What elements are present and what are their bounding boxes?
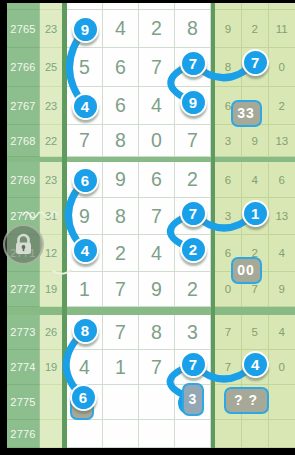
circled-digit-c4[interactable]: 7 (242, 49, 269, 76)
sum-cell (40, 3, 62, 10)
stat-cell[interactable]: 4 (269, 315, 295, 350)
grid-cell[interactable]: 6 (103, 87, 139, 125)
sum-cell (40, 385, 62, 420)
sum-cell: 23 (40, 87, 62, 125)
stat-cell[interactable]: 4 (242, 162, 269, 198)
circled-digit-c8[interactable]: 2 (180, 236, 207, 263)
circled-digit-c13[interactable]: 6 (70, 384, 97, 411)
grid-cell[interactable]: 3 (175, 315, 211, 350)
circled-digit-c7[interactable]: 7 (180, 200, 207, 227)
stat-cell[interactable]: 9 (269, 272, 295, 307)
grid-cell[interactable]: 7 (103, 272, 139, 307)
grid-cell[interactable]: 7 (67, 125, 103, 157)
block-border (211, 3, 215, 448)
grid-cell[interactable]: 1 (67, 272, 103, 307)
stat-cell[interactable] (269, 3, 295, 10)
grid-cell[interactable]: 2 (103, 235, 139, 272)
stat-cell[interactable]: 5 (242, 315, 269, 350)
grid-cell[interactable] (67, 420, 103, 448)
row-label-cell: 2769 (7, 162, 40, 198)
circled-digit-c2[interactable]: 7 (180, 50, 207, 77)
circled-digit-c1[interactable]: 4 (72, 93, 99, 120)
stat-cell[interactable]: 13 (269, 125, 295, 157)
stat-cell[interactable]: 2 (242, 10, 269, 48)
stat-cell[interactable]: 3 (215, 125, 242, 157)
stat-cell[interactable]: 0 (269, 48, 295, 87)
grid-cell[interactable] (67, 3, 103, 10)
grid-cell[interactable]: 9 (139, 272, 175, 307)
grid-cell[interactable]: 9 (103, 162, 139, 198)
row-label-cell: 2767 (7, 87, 40, 125)
stat-cell[interactable]: 6 (215, 162, 242, 198)
row-label-cell: 2773 (7, 315, 40, 350)
circled-digit-c6[interactable]: 4 (72, 237, 99, 264)
block-border (62, 3, 67, 448)
row-label-cell: 2766 (7, 48, 40, 87)
row-label-cell: 2774 (7, 350, 40, 385)
grid-cell[interactable]: 9 (67, 198, 103, 235)
stat-cell[interactable]: 13 (269, 198, 295, 235)
row-label-cell: 2765 (7, 10, 40, 48)
stat-cell[interactable]: 9 (215, 10, 242, 48)
badge-b33[interactable]: 33 (231, 100, 262, 127)
badge-bqq[interactable]: ? ? (224, 387, 269, 414)
badge-b00[interactable]: 00 (231, 257, 262, 284)
row-label-cell: 2775 (7, 385, 40, 420)
stat-cell[interactable]: 0 (269, 350, 295, 385)
grid-cell[interactable]: 8 (175, 10, 211, 48)
sum-cell: 23 (40, 10, 62, 48)
stat-cell[interactable] (242, 3, 269, 10)
block-band (7, 307, 295, 315)
stat-cell[interactable] (269, 420, 295, 448)
padlock-icon (13, 233, 34, 256)
grid-cell[interactable]: 4 (103, 10, 139, 48)
grid-cell[interactable] (139, 385, 175, 420)
circled-digit-c0[interactable]: 9 (72, 16, 99, 43)
sum-cell (40, 420, 62, 448)
row-label-cell (7, 3, 40, 10)
stat-cell[interactable]: 11 (269, 10, 295, 48)
grid-cell[interactable] (175, 420, 211, 448)
stat-cell[interactable] (242, 420, 269, 448)
grid-cell[interactable] (139, 3, 175, 10)
badge-b3[interactable]: 3 (182, 383, 204, 416)
grid-cell[interactable]: 4 (139, 235, 175, 272)
row-label-cell: 2768 (7, 125, 40, 157)
lock-button[interactable] (3, 224, 44, 265)
grid-cell[interactable]: 6 (139, 162, 175, 198)
row-label-cell: 2776 (7, 420, 40, 448)
circled-digit-c3[interactable]: 9 (180, 89, 207, 116)
grid-cell[interactable] (103, 3, 139, 10)
circled-digit-c10[interactable]: 8 (72, 317, 99, 344)
stat-cell[interactable]: 9 (242, 125, 269, 157)
stat-cell[interactable]: 7 (215, 315, 242, 350)
grid-cell[interactable] (103, 420, 139, 448)
grid-cell[interactable]: 7 (103, 315, 139, 350)
stat-cell[interactable]: 2 (269, 87, 295, 125)
circled-digit-c9[interactable]: 1 (242, 200, 269, 227)
grid-cell[interactable]: 8 (103, 125, 139, 157)
grid-cell[interactable]: 2 (139, 10, 175, 48)
grid-cell[interactable] (103, 385, 139, 420)
stat-cell[interactable] (215, 420, 242, 448)
stat-cell[interactable]: 3 (215, 198, 242, 235)
sum-cell: 31 (40, 198, 62, 235)
grid-cell[interactable]: 6 (103, 48, 139, 87)
circled-digit-c12[interactable]: 4 (242, 351, 269, 378)
row-label-cell: 2772 (7, 272, 40, 307)
app-screen: 2765239428921127662556778702767234649632… (0, 0, 295, 455)
grid-cell[interactable]: 7 (139, 350, 175, 385)
grid-cell[interactable]: 2 (175, 162, 211, 198)
sum-cell: 19 (40, 272, 62, 307)
grid-cell[interactable]: 4 (139, 87, 175, 125)
circled-digit-c11[interactable]: 7 (180, 351, 207, 378)
sum-cell: 25 (40, 48, 62, 87)
grid-cell[interactable]: 5 (67, 48, 103, 87)
sum-cell: 23 (40, 162, 62, 198)
grid-cell[interactable] (175, 3, 211, 10)
grid-cell[interactable]: 7 (139, 198, 175, 235)
grid-cell[interactable]: 7 (139, 48, 175, 87)
sum-cell: 22 (40, 125, 62, 157)
grid-cell[interactable] (139, 420, 175, 448)
sum-cell: 26 (40, 315, 62, 350)
stat-cell[interactable]: 6 (269, 162, 295, 198)
sum-cell: 19 (40, 350, 62, 385)
grid-cell[interactable]: 4 (67, 350, 103, 385)
stat-cell[interactable]: 4 (269, 235, 295, 272)
grid-cell[interactable]: 7 (175, 125, 211, 157)
stat-cell[interactable]: 7 (215, 350, 242, 385)
circled-digit-c5[interactable]: 6 (72, 167, 99, 194)
grid-cell[interactable]: 1 (103, 350, 139, 385)
grid-cell[interactable]: 8 (103, 198, 139, 235)
grid-cell[interactable]: 0 (139, 125, 175, 157)
grid-cell[interactable]: 2 (175, 272, 211, 307)
grid-cell[interactable]: 8 (139, 315, 175, 350)
stat-cell[interactable] (215, 3, 242, 10)
stat-cell[interactable] (269, 385, 295, 420)
stat-cell[interactable]: 8 (215, 48, 242, 87)
